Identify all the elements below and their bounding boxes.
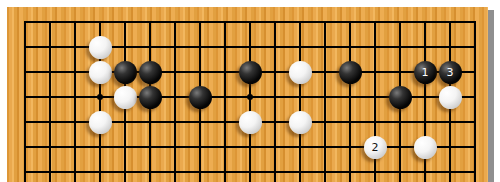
grid-line-horizontal (24, 21, 476, 23)
go-board-panel: 132 (0, 0, 500, 182)
move-number-label: 3 (447, 67, 454, 78)
white-stone[interactable] (439, 86, 462, 109)
black-stone[interactable] (389, 86, 412, 109)
black-stone[interactable]: 1 (414, 61, 437, 84)
white-stone[interactable] (114, 86, 137, 109)
black-stone[interactable] (139, 61, 162, 84)
move-number-label: 1 (422, 67, 429, 78)
white-stone[interactable] (289, 111, 312, 134)
black-stone[interactable] (139, 86, 162, 109)
star-point (97, 94, 103, 100)
black-stone[interactable] (189, 86, 212, 109)
black-stone[interactable]: 3 (439, 61, 462, 84)
grid-line-horizontal (24, 146, 476, 148)
white-stone[interactable] (289, 61, 312, 84)
black-stone[interactable] (114, 61, 137, 84)
black-stone[interactable] (239, 61, 262, 84)
black-stone[interactable] (339, 61, 362, 84)
white-stone[interactable] (89, 111, 112, 134)
star-point (247, 94, 253, 100)
move-number-label: 2 (372, 142, 379, 153)
go-board[interactable]: 132 (7, 7, 488, 182)
board-shadow (488, 10, 494, 182)
white-stone[interactable] (89, 61, 112, 84)
white-stone[interactable] (89, 36, 112, 59)
grid-line-horizontal (24, 171, 476, 173)
white-stone[interactable]: 2 (364, 136, 387, 159)
white-stone[interactable] (414, 136, 437, 159)
white-stone[interactable] (239, 111, 262, 134)
